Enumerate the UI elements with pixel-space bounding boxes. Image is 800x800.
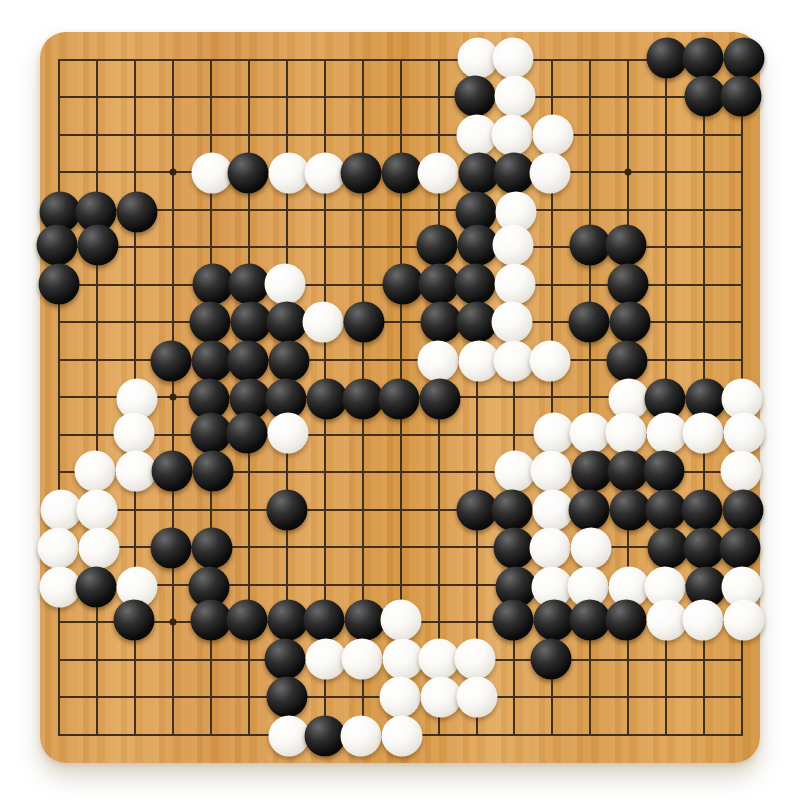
black-stone[interactable] xyxy=(268,340,309,381)
white-stone[interactable] xyxy=(114,412,155,453)
photo-background xyxy=(0,0,800,800)
white-stone[interactable] xyxy=(341,638,382,679)
black-stone[interactable] xyxy=(191,412,232,453)
white-stone[interactable] xyxy=(382,638,423,679)
white-stone[interactable] xyxy=(571,528,612,569)
black-stone[interactable] xyxy=(267,600,308,641)
white-stone[interactable] xyxy=(454,638,495,679)
black-stone[interactable] xyxy=(682,489,723,530)
black-stone[interactable] xyxy=(608,451,649,492)
white-stone[interactable] xyxy=(606,412,647,453)
black-stone[interactable] xyxy=(266,489,307,530)
white-stone[interactable] xyxy=(495,451,536,492)
black-stone[interactable] xyxy=(419,379,460,420)
white-stone[interactable] xyxy=(531,451,572,492)
black-stone[interactable] xyxy=(456,489,497,530)
black-stone[interactable] xyxy=(151,340,192,381)
black-stone[interactable] xyxy=(227,153,268,194)
white-stone[interactable] xyxy=(495,263,536,304)
black-stone[interactable] xyxy=(264,638,305,679)
black-stone[interactable] xyxy=(454,76,495,117)
white-stone[interactable] xyxy=(457,37,498,78)
black-stone[interactable] xyxy=(607,340,648,381)
black-stone[interactable] xyxy=(226,412,267,453)
white-stone[interactable] xyxy=(492,114,533,155)
black-stone[interactable] xyxy=(606,600,647,641)
black-stone[interactable] xyxy=(228,263,269,304)
black-stone[interactable] xyxy=(493,600,534,641)
white-stone[interactable] xyxy=(683,600,724,641)
black-stone[interactable] xyxy=(721,76,762,117)
black-stone[interactable] xyxy=(494,153,535,194)
black-stone[interactable] xyxy=(644,451,685,492)
black-stone[interactable] xyxy=(531,638,572,679)
black-stone[interactable] xyxy=(227,340,268,381)
white-stone[interactable] xyxy=(533,489,574,530)
white-stone[interactable] xyxy=(340,715,381,756)
white-stone[interactable] xyxy=(647,600,688,641)
black-stone[interactable] xyxy=(381,153,422,194)
white-stone[interactable] xyxy=(381,715,422,756)
white-stone[interactable] xyxy=(40,566,81,607)
black-stone[interactable] xyxy=(646,489,687,530)
white-stone[interactable] xyxy=(495,76,536,117)
black-stone[interactable] xyxy=(683,37,724,78)
white-stone[interactable] xyxy=(492,302,533,343)
star-point xyxy=(170,619,177,626)
white-stone[interactable] xyxy=(77,489,118,530)
black-stone[interactable] xyxy=(610,489,651,530)
black-stone[interactable] xyxy=(37,225,78,266)
black-stone[interactable] xyxy=(190,302,231,343)
black-stone[interactable] xyxy=(192,340,233,381)
white-stone[interactable] xyxy=(530,153,571,194)
black-stone[interactable] xyxy=(610,302,651,343)
black-stone[interactable] xyxy=(569,489,610,530)
white-stone[interactable] xyxy=(418,638,459,679)
white-stone[interactable] xyxy=(417,340,458,381)
black-stone[interactable] xyxy=(378,379,419,420)
black-stone[interactable] xyxy=(151,528,192,569)
white-stone[interactable] xyxy=(380,600,421,641)
black-stone[interactable] xyxy=(494,528,535,569)
black-stone[interactable] xyxy=(685,76,726,117)
white-stone[interactable] xyxy=(267,412,308,453)
black-stone[interactable] xyxy=(608,263,649,304)
white-stone[interactable] xyxy=(724,600,765,641)
white-stone[interactable] xyxy=(192,153,233,194)
white-stone[interactable] xyxy=(724,412,765,453)
black-stone[interactable] xyxy=(570,225,611,266)
black-stone[interactable] xyxy=(152,451,193,492)
black-stone[interactable] xyxy=(457,225,498,266)
white-stone[interactable] xyxy=(683,412,724,453)
black-stone[interactable] xyxy=(340,153,381,194)
white-stone[interactable] xyxy=(493,225,534,266)
black-stone[interactable] xyxy=(114,600,155,641)
black-stone[interactable] xyxy=(647,37,688,78)
white-stone[interactable] xyxy=(379,677,420,718)
white-stone[interactable] xyxy=(268,715,309,756)
black-stone[interactable] xyxy=(418,263,459,304)
white-stone[interactable] xyxy=(494,340,535,381)
black-stone[interactable] xyxy=(306,379,347,420)
white-stone[interactable] xyxy=(116,451,157,492)
star-point xyxy=(625,169,632,176)
black-stone[interactable] xyxy=(230,302,271,343)
black-stone[interactable] xyxy=(193,451,234,492)
black-stone[interactable] xyxy=(266,677,307,718)
white-stone[interactable] xyxy=(530,340,571,381)
black-stone[interactable] xyxy=(684,528,725,569)
black-stone[interactable] xyxy=(117,191,158,232)
black-stone[interactable] xyxy=(226,600,267,641)
white-stone[interactable] xyxy=(268,153,309,194)
white-stone[interactable] xyxy=(302,302,343,343)
white-stone[interactable] xyxy=(456,677,497,718)
black-stone[interactable] xyxy=(266,302,307,343)
black-stone[interactable] xyxy=(342,379,383,420)
black-stone[interactable] xyxy=(724,37,765,78)
white-stone[interactable] xyxy=(456,114,497,155)
black-stone[interactable] xyxy=(420,302,461,343)
star-point xyxy=(170,394,177,401)
black-stone[interactable] xyxy=(192,528,233,569)
black-stone[interactable] xyxy=(570,600,611,641)
white-stone[interactable] xyxy=(721,451,762,492)
black-stone[interactable] xyxy=(76,566,117,607)
white-stone[interactable] xyxy=(38,528,79,569)
white-stone[interactable] xyxy=(264,263,305,304)
black-stone[interactable] xyxy=(458,153,499,194)
black-stone[interactable] xyxy=(456,302,497,343)
go-board[interactable] xyxy=(40,32,760,763)
black-stone[interactable] xyxy=(304,715,345,756)
white-stone[interactable] xyxy=(79,528,120,569)
white-stone[interactable] xyxy=(75,451,116,492)
white-stone[interactable] xyxy=(530,528,571,569)
black-stone[interactable] xyxy=(382,263,423,304)
black-stone[interactable] xyxy=(492,489,533,530)
white-stone[interactable] xyxy=(534,412,575,453)
black-stone[interactable] xyxy=(723,489,764,530)
black-stone[interactable] xyxy=(303,600,344,641)
black-stone[interactable] xyxy=(534,600,575,641)
white-stone[interactable] xyxy=(420,677,461,718)
star-point xyxy=(170,169,177,176)
black-stone[interactable] xyxy=(193,263,234,304)
black-stone[interactable] xyxy=(39,263,80,304)
black-stone[interactable] xyxy=(569,302,610,343)
white-stone[interactable] xyxy=(305,638,346,679)
white-stone[interactable] xyxy=(304,153,345,194)
black-stone[interactable] xyxy=(720,528,761,569)
black-stone[interactable] xyxy=(648,528,689,569)
white-stone[interactable] xyxy=(458,340,499,381)
black-stone[interactable] xyxy=(454,263,495,304)
black-stone[interactable] xyxy=(343,302,384,343)
white-stone[interactable] xyxy=(533,114,574,155)
black-stone[interactable] xyxy=(191,600,232,641)
black-stone[interactable] xyxy=(606,225,647,266)
black-stone[interactable] xyxy=(572,451,613,492)
black-stone[interactable] xyxy=(344,600,385,641)
white-stone[interactable] xyxy=(417,153,458,194)
black-stone[interactable] xyxy=(78,225,119,266)
white-stone[interactable] xyxy=(570,412,611,453)
white-stone[interactable] xyxy=(493,37,534,78)
black-stone[interactable] xyxy=(416,225,457,266)
white-stone[interactable] xyxy=(647,412,688,453)
white-stone[interactable] xyxy=(41,489,82,530)
